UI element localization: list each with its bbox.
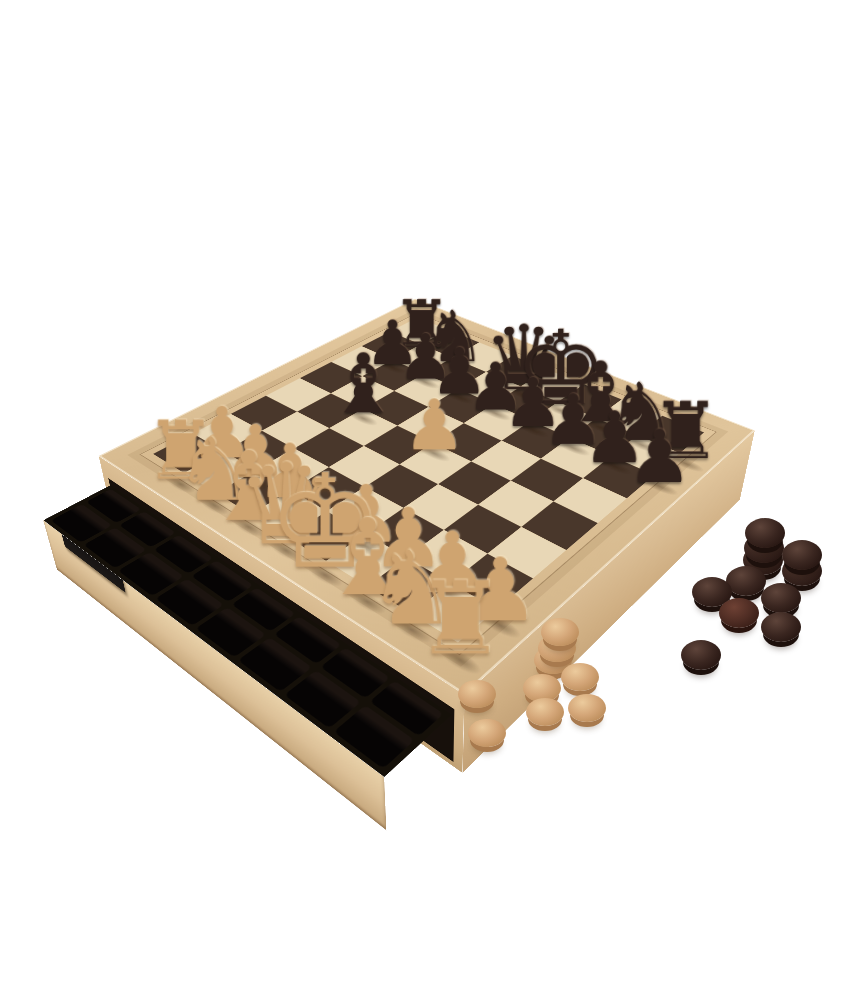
product-photo-stage: ♜♞♛♚♝♞♜♟♟♟♟♟♟♟♟♝♟♟♟♟♟♟♟♟♜♞♝♛♚♝♞♜ <box>0 0 867 1000</box>
checkers-pieces <box>0 0 867 1000</box>
checker-dark[interactable] <box>681 640 721 670</box>
checker-dark[interactable] <box>745 518 785 548</box>
checker-light[interactable] <box>526 698 564 726</box>
checker-dark[interactable] <box>761 612 801 642</box>
checker-dark[interactable] <box>719 598 759 628</box>
checker-light[interactable] <box>458 680 496 708</box>
checker-dark[interactable] <box>761 583 801 613</box>
checker-light[interactable] <box>468 719 506 747</box>
checker-light[interactable] <box>561 663 599 691</box>
checker-light[interactable] <box>568 694 606 722</box>
checker-light[interactable] <box>541 618 579 646</box>
checker-dark[interactable] <box>726 566 766 596</box>
checker-dark[interactable] <box>782 540 822 570</box>
